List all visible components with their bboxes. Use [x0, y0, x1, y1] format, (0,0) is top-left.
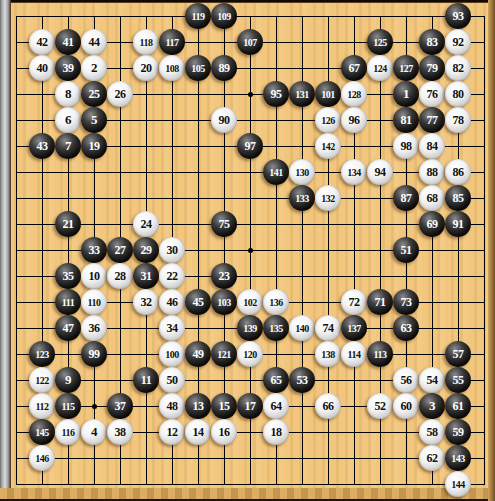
board-frame-left: [0, 0, 11, 501]
stone-white-96[interactable]: 96: [341, 107, 367, 133]
stone-black-139[interactable]: 139: [237, 315, 263, 341]
stone-black-19[interactable]: 19: [81, 133, 107, 159]
stone-black-137[interactable]: 137: [341, 315, 367, 341]
stone-black-105[interactable]: 105: [185, 55, 211, 81]
stone-white-126[interactable]: 126: [315, 107, 341, 133]
stone-black-117[interactable]: 117: [159, 29, 185, 55]
stone-black-87[interactable]: 87: [393, 185, 419, 211]
stone-black-111[interactable]: 111: [55, 289, 81, 315]
stone-white-80[interactable]: 80: [445, 81, 471, 107]
stone-white-2[interactable]: 2: [81, 55, 107, 81]
grid-line-horizontal: [16, 484, 485, 485]
stone-white-66[interactable]: 66: [315, 393, 341, 419]
stone-white-86[interactable]: 86: [445, 159, 471, 185]
stone-white-90[interactable]: 90: [211, 107, 237, 133]
stone-black-21[interactable]: 21: [55, 211, 81, 237]
stone-white-58[interactable]: 58: [419, 419, 445, 445]
stone-black-95[interactable]: 95: [263, 81, 289, 107]
stone-white-114[interactable]: 114: [341, 341, 367, 367]
stone-white-34[interactable]: 34: [159, 315, 185, 341]
stone-white-118[interactable]: 118: [133, 29, 159, 55]
stone-black-15[interactable]: 15: [211, 393, 237, 419]
stone-white-84[interactable]: 84: [419, 133, 445, 159]
stone-black-89[interactable]: 89: [211, 55, 237, 81]
stone-white-88[interactable]: 88: [419, 159, 445, 185]
star-point: [248, 92, 253, 97]
stone-black-5[interactable]: 5: [81, 107, 107, 133]
stone-black-121[interactable]: 121: [211, 341, 237, 367]
go-game-diagram: 1191099342414411811710712583924039220108…: [0, 0, 495, 501]
stone-white-122[interactable]: 122: [29, 367, 55, 393]
stone-white-146[interactable]: 146: [29, 445, 55, 471]
stone-black-53[interactable]: 53: [289, 367, 315, 393]
stone-black-135[interactable]: 135: [263, 315, 289, 341]
stone-white-120[interactable]: 120: [237, 341, 263, 367]
stone-black-25[interactable]: 25: [81, 81, 107, 107]
stone-white-32[interactable]: 32: [133, 289, 159, 315]
stone-white-18[interactable]: 18: [263, 419, 289, 445]
stone-white-132[interactable]: 132: [315, 185, 341, 211]
stone-black-63[interactable]: 63: [393, 315, 419, 341]
stone-black-11[interactable]: 11: [133, 367, 159, 393]
stone-black-51[interactable]: 51: [393, 237, 419, 263]
stone-black-97[interactable]: 97: [237, 133, 263, 159]
stone-black-85[interactable]: 85: [445, 185, 471, 211]
stone-black-9[interactable]: 9: [55, 367, 81, 393]
stone-white-14[interactable]: 14: [185, 419, 211, 445]
stone-white-48[interactable]: 48: [159, 393, 185, 419]
stone-white-38[interactable]: 38: [107, 419, 133, 445]
stone-black-29[interactable]: 29: [133, 237, 159, 263]
stone-white-102[interactable]: 102: [237, 289, 263, 315]
stone-black-75[interactable]: 75: [211, 211, 237, 237]
stone-white-68[interactable]: 68: [419, 185, 445, 211]
stone-white-36[interactable]: 36: [81, 315, 107, 341]
board-frame-right: [488, 0, 495, 501]
stone-white-136[interactable]: 136: [263, 289, 289, 315]
stone-white-42[interactable]: 42: [29, 29, 55, 55]
stone-white-110[interactable]: 110: [81, 289, 107, 315]
stone-black-35[interactable]: 35: [55, 263, 81, 289]
stone-black-73[interactable]: 73: [393, 289, 419, 315]
stone-white-142[interactable]: 142: [315, 133, 341, 159]
stone-white-52[interactable]: 52: [367, 393, 393, 419]
stone-white-4[interactable]: 4: [81, 419, 107, 445]
stone-black-143[interactable]: 143: [445, 445, 471, 471]
stone-white-76[interactable]: 76: [419, 81, 445, 107]
stone-black-17[interactable]: 17: [237, 393, 263, 419]
stone-white-60[interactable]: 60: [393, 393, 419, 419]
stone-white-98[interactable]: 98: [393, 133, 419, 159]
grid-line-vertical: [484, 16, 485, 485]
stone-black-3[interactable]: 3: [419, 393, 445, 419]
stone-black-93[interactable]: 93: [445, 3, 471, 29]
stone-white-10[interactable]: 10: [81, 263, 107, 289]
stone-white-30[interactable]: 30: [159, 237, 185, 263]
board-frame-top: [0, 0, 495, 3]
stone-white-140[interactable]: 140: [289, 315, 315, 341]
stone-white-82[interactable]: 82: [445, 55, 471, 81]
stone-white-50[interactable]: 50: [159, 367, 185, 393]
stone-black-69[interactable]: 69: [419, 211, 445, 237]
stone-white-128[interactable]: 128: [341, 81, 367, 107]
stone-black-119[interactable]: 119: [185, 3, 211, 29]
stone-black-43[interactable]: 43: [29, 133, 55, 159]
stone-white-46[interactable]: 46: [159, 289, 185, 315]
stone-black-39[interactable]: 39: [55, 55, 81, 81]
stone-black-83[interactable]: 83: [419, 29, 445, 55]
stone-white-16[interactable]: 16: [211, 419, 237, 445]
stone-black-23[interactable]: 23: [211, 263, 237, 289]
stone-black-61[interactable]: 61: [445, 393, 471, 419]
grid-line-horizontal: [16, 458, 485, 459]
stone-white-108[interactable]: 108: [159, 55, 185, 81]
stone-white-12[interactable]: 12: [159, 419, 185, 445]
stone-black-79[interactable]: 79: [419, 55, 445, 81]
stone-white-112[interactable]: 112: [29, 393, 55, 419]
stone-white-26[interactable]: 26: [107, 81, 133, 107]
board-frame-bottom: [0, 488, 495, 501]
stone-black-113[interactable]: 113: [367, 341, 393, 367]
stone-black-77[interactable]: 77: [419, 107, 445, 133]
stone-black-7[interactable]: 7: [55, 133, 81, 159]
stone-black-125[interactable]: 125: [367, 29, 393, 55]
stone-white-92[interactable]: 92: [445, 29, 471, 55]
stone-black-65[interactable]: 65: [263, 367, 289, 393]
stone-white-6[interactable]: 6: [55, 107, 81, 133]
stone-white-78[interactable]: 78: [445, 107, 471, 133]
stone-black-99[interactable]: 99: [81, 341, 107, 367]
stone-black-59[interactable]: 59: [445, 419, 471, 445]
stone-black-13[interactable]: 13: [185, 393, 211, 419]
stone-black-49[interactable]: 49: [185, 341, 211, 367]
stone-white-74[interactable]: 74: [315, 315, 341, 341]
stone-black-103[interactable]: 103: [211, 289, 237, 315]
stone-black-41[interactable]: 41: [55, 29, 81, 55]
go-board[interactable]: 1191099342414411811710712583924039220108…: [0, 0, 495, 501]
stone-black-123[interactable]: 123: [29, 341, 55, 367]
stone-white-8[interactable]: 8: [55, 81, 81, 107]
stone-white-134[interactable]: 134: [341, 159, 367, 185]
stone-black-141[interactable]: 141: [263, 159, 289, 185]
stone-white-56[interactable]: 56: [393, 367, 419, 393]
stone-black-107[interactable]: 107: [237, 29, 263, 55]
stone-white-124[interactable]: 124: [367, 55, 393, 81]
stone-white-22[interactable]: 22: [159, 263, 185, 289]
stone-black-37[interactable]: 37: [107, 393, 133, 419]
stone-white-130[interactable]: 130: [289, 159, 315, 185]
stone-black-101[interactable]: 101: [315, 81, 341, 107]
stone-white-94[interactable]: 94: [367, 159, 393, 185]
stone-white-24[interactable]: 24: [133, 211, 159, 237]
stone-white-116[interactable]: 116: [55, 419, 81, 445]
stone-black-109[interactable]: 109: [211, 3, 237, 29]
stone-black-145[interactable]: 145: [29, 419, 55, 445]
stone-white-72[interactable]: 72: [341, 289, 367, 315]
stone-white-62[interactable]: 62: [419, 445, 445, 471]
stone-black-67[interactable]: 67: [341, 55, 367, 81]
stone-black-115[interactable]: 115: [55, 393, 81, 419]
stone-black-71[interactable]: 71: [367, 289, 393, 315]
stone-white-64[interactable]: 64: [263, 393, 289, 419]
stone-black-127[interactable]: 127: [393, 55, 419, 81]
stone-black-91[interactable]: 91: [445, 211, 471, 237]
stone-black-55[interactable]: 55: [445, 367, 471, 393]
stone-black-1[interactable]: 1: [393, 81, 419, 107]
star-point: [248, 248, 253, 253]
stone-black-57[interactable]: 57: [445, 341, 471, 367]
stone-white-144[interactable]: 144: [445, 471, 471, 497]
stone-black-33[interactable]: 33: [81, 237, 107, 263]
star-point: [92, 404, 97, 409]
stone-white-20[interactable]: 20: [133, 55, 159, 81]
stone-black-31[interactable]: 31: [133, 263, 159, 289]
stone-black-131[interactable]: 131: [289, 81, 315, 107]
stone-white-28[interactable]: 28: [107, 263, 133, 289]
stone-white-138[interactable]: 138: [315, 341, 341, 367]
stone-black-81[interactable]: 81: [393, 107, 419, 133]
stone-black-45[interactable]: 45: [185, 289, 211, 315]
stone-white-54[interactable]: 54: [419, 367, 445, 393]
stone-white-40[interactable]: 40: [29, 55, 55, 81]
stone-white-44[interactable]: 44: [81, 29, 107, 55]
stone-black-133[interactable]: 133: [289, 185, 315, 211]
stone-black-27[interactable]: 27: [107, 237, 133, 263]
stone-white-100[interactable]: 100: [159, 341, 185, 367]
stone-black-47[interactable]: 47: [55, 315, 81, 341]
